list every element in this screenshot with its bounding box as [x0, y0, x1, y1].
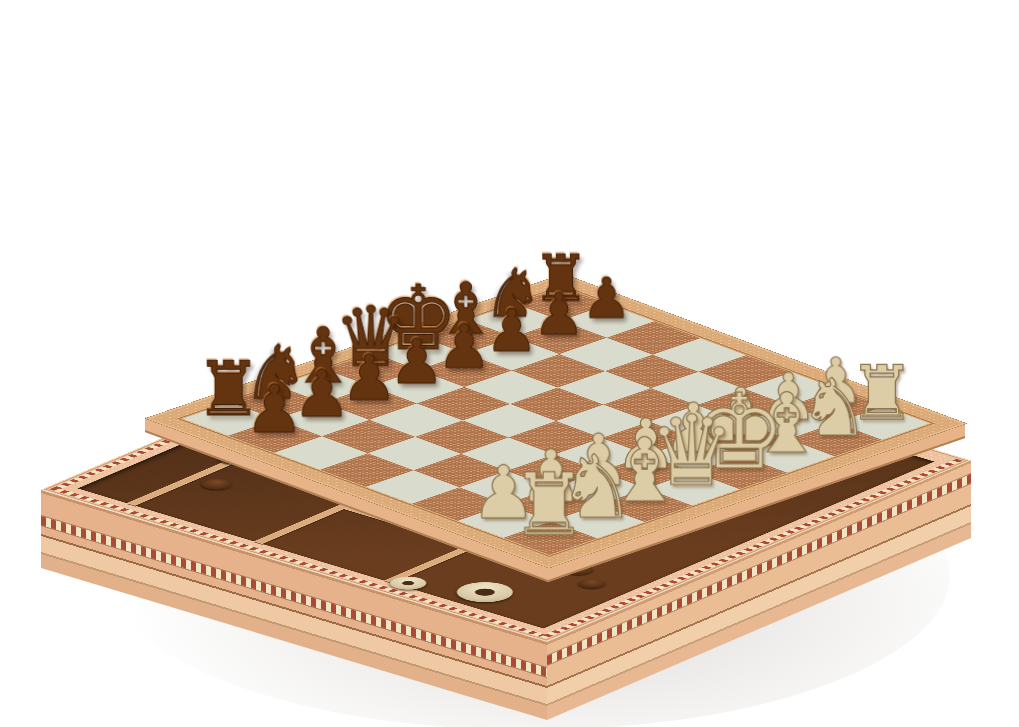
square-a8[interactable] [183, 402, 276, 435]
square-d7[interactable] [371, 370, 464, 403]
square-c2[interactable] [553, 471, 646, 504]
square-e8[interactable] [373, 337, 466, 370]
square-d4[interactable] [509, 421, 602, 454]
square-a3[interactable] [412, 487, 505, 520]
square-b1[interactable] [551, 505, 644, 538]
square-e6[interactable] [464, 371, 557, 404]
square-c7[interactable] [324, 386, 417, 419]
square-b8[interactable] [230, 386, 323, 419]
square-f3[interactable] [649, 405, 742, 438]
square-f2[interactable] [695, 422, 788, 455]
square-h6[interactable] [607, 321, 700, 354]
square-d3[interactable] [554, 438, 647, 471]
square-c3[interactable] [507, 454, 600, 487]
square-a2[interactable] [458, 504, 551, 537]
square-f7[interactable] [466, 337, 559, 370]
square-f1[interactable] [741, 439, 834, 472]
square-a1[interactable] [504, 521, 597, 554]
square-g4[interactable] [651, 372, 744, 405]
square-a4[interactable] [366, 470, 459, 503]
square-h7[interactable] [561, 304, 654, 337]
square-h8[interactable] [515, 287, 608, 320]
square-d6[interactable] [417, 387, 510, 420]
square-d8[interactable] [325, 353, 418, 386]
square-g8[interactable] [468, 304, 561, 337]
square-c1[interactable] [599, 488, 692, 521]
square-b4[interactable] [414, 454, 507, 487]
square-a6[interactable] [274, 436, 367, 469]
square-g5[interactable] [605, 355, 698, 388]
square-d2[interactable] [600, 455, 693, 488]
photo-stage: ♜♟♟♜♞♟♟♞♝♟♟♝♚♟♟♚♛♟♟♛♝♟♟♝♞♟♟♞♜♟♟♜ [0, 0, 1019, 727]
square-b7[interactable] [276, 403, 369, 436]
cream-disc-stack [445, 578, 524, 606]
square-g7[interactable] [513, 321, 606, 354]
square-f4[interactable] [603, 388, 696, 421]
dark-checker-disc-4 [574, 577, 611, 590]
square-e4[interactable] [556, 405, 649, 438]
square-c5[interactable] [415, 420, 508, 453]
square-e3[interactable] [602, 422, 695, 455]
square-a7[interactable] [229, 419, 322, 452]
square-h4[interactable] [698, 355, 791, 388]
square-d5[interactable] [463, 404, 556, 437]
square-g1[interactable] [788, 423, 881, 456]
square-e7[interactable] [418, 354, 511, 387]
square-g6[interactable] [559, 338, 652, 371]
square-b5[interactable] [368, 437, 461, 470]
square-f6[interactable] [512, 354, 605, 387]
square-g3[interactable] [697, 389, 790, 422]
square-h5[interactable] [653, 338, 746, 371]
dark-checker-disc-2 [195, 477, 237, 492]
square-f8[interactable] [420, 320, 513, 353]
square-c8[interactable] [278, 369, 371, 402]
square-b2[interactable] [505, 488, 598, 521]
square-c4[interactable] [461, 437, 554, 470]
square-e2[interactable] [648, 439, 741, 472]
square-d1[interactable] [646, 472, 739, 505]
square-f5[interactable] [558, 371, 651, 404]
square-e5[interactable] [510, 388, 603, 421]
square-b3[interactable] [459, 471, 552, 504]
square-c6[interactable] [369, 403, 462, 436]
square-h3[interactable] [744, 372, 837, 405]
square-h2[interactable] [790, 389, 883, 422]
square-a5[interactable] [320, 453, 413, 486]
square-e1[interactable] [694, 456, 787, 489]
square-b6[interactable] [322, 420, 415, 453]
square-g2[interactable] [743, 406, 836, 439]
square-h1[interactable] [836, 406, 929, 439]
